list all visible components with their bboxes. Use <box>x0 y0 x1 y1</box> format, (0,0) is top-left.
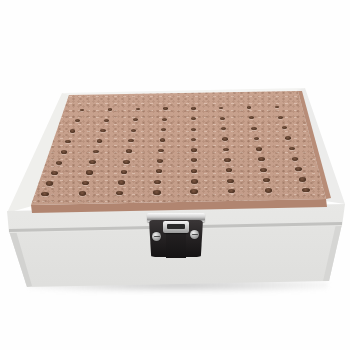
drawbolt-latch <box>144 211 208 261</box>
hole <box>123 160 129 164</box>
hole <box>285 136 291 140</box>
hole <box>86 170 93 174</box>
hole <box>289 147 295 151</box>
hole <box>191 148 197 152</box>
hole <box>247 106 251 109</box>
hole <box>162 118 167 121</box>
hole <box>220 117 225 120</box>
hole <box>160 138 166 142</box>
pegboard-sheen <box>0 0 350 350</box>
hole <box>251 127 256 130</box>
hole <box>133 118 138 121</box>
hole <box>89 160 95 164</box>
hole <box>191 128 196 131</box>
hole <box>46 181 53 186</box>
hole <box>41 192 49 197</box>
hole <box>190 189 198 194</box>
hole <box>100 129 105 132</box>
hole <box>61 150 67 154</box>
hole <box>70 129 75 132</box>
hole <box>79 191 87 196</box>
latch-screw-right <box>190 230 199 239</box>
hole <box>75 119 80 122</box>
product-photo-stage <box>0 0 350 350</box>
hole <box>256 147 262 151</box>
hole <box>163 107 167 110</box>
hole <box>260 168 267 172</box>
hole <box>108 108 112 111</box>
hole <box>227 179 234 184</box>
hole <box>128 139 134 143</box>
hole <box>299 177 306 182</box>
hole <box>118 180 125 185</box>
hole <box>224 158 230 162</box>
hole <box>222 137 228 141</box>
latch-screw-left <box>152 232 161 241</box>
hole <box>51 171 58 175</box>
hole <box>97 139 103 143</box>
hole <box>191 169 198 173</box>
hole <box>278 116 283 119</box>
hole <box>191 179 198 184</box>
hole <box>126 149 132 153</box>
hole <box>292 157 298 161</box>
hole <box>56 161 62 165</box>
hole <box>153 190 161 195</box>
hole <box>104 119 109 122</box>
hole <box>131 129 136 132</box>
hole <box>191 107 195 110</box>
hole <box>302 188 310 193</box>
latch-slide-slot <box>167 224 185 229</box>
